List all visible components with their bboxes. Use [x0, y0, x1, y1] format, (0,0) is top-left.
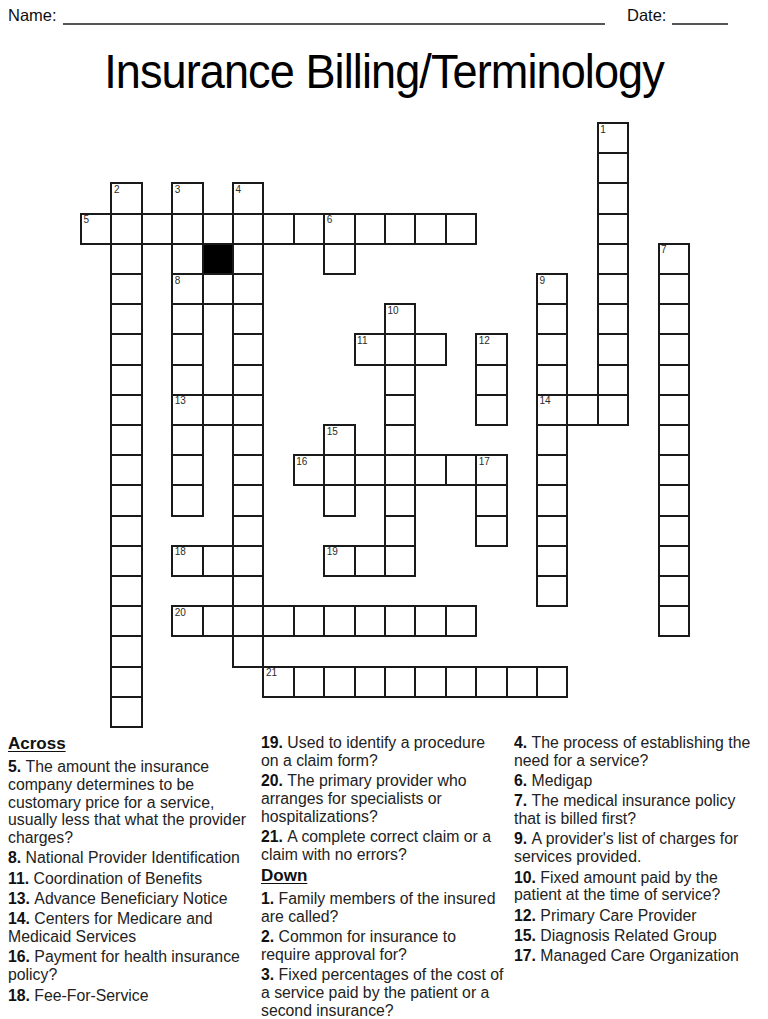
grid-cell[interactable]: [293, 213, 325, 245]
grid-cell[interactable]: [536, 303, 568, 335]
clue-column-1: Across 5. The amount the insurance compa…: [8, 734, 252, 1007]
grid-cell[interactable]: [110, 454, 142, 486]
clue-down-4: 4. The process of establishing the need …: [514, 734, 766, 770]
grid-cell[interactable]: [171, 545, 203, 577]
grid-cell[interactable]: [566, 394, 598, 426]
grid-cell[interactable]: [262, 666, 294, 698]
crossword-grid: 123456789101112131415161718192021: [80, 122, 692, 730]
grid-cell[interactable]: [202, 394, 234, 426]
grid-cell[interactable]: [475, 333, 507, 365]
grid-cell[interactable]: [658, 424, 690, 456]
grid-cell[interactable]: [262, 213, 294, 245]
grid-cell[interactable]: [171, 394, 203, 426]
grid-cell[interactable]: [171, 364, 203, 396]
grid-cell[interactable]: [171, 333, 203, 365]
grid-cell[interactable]: [475, 454, 507, 486]
grid-cell[interactable]: [597, 243, 629, 275]
clue-across-21: 21. A complete correct claim or a claim …: [261, 828, 504, 864]
grid-cell[interactable]: [171, 605, 203, 637]
grid-cell[interactable]: [110, 666, 142, 698]
grid-cell[interactable]: [536, 424, 568, 456]
grid-cell[interactable]: [658, 364, 690, 396]
grid-cell[interactable]: [323, 424, 355, 456]
grid-cell[interactable]: [597, 394, 629, 426]
grid-cell[interactable]: [536, 484, 568, 516]
grid-cell[interactable]: [232, 575, 264, 607]
clue-across-16: 16. Payment for health insurance policy?: [8, 948, 252, 984]
grid-cell[interactable]: [171, 182, 203, 214]
grid-cell[interactable]: [110, 213, 142, 245]
grid-cell[interactable]: [110, 182, 142, 214]
grid-cell[interactable]: [232, 273, 264, 305]
grid-cell[interactable]: [658, 273, 690, 305]
grid-cell[interactable]: [384, 515, 416, 547]
clue-number: 20.: [261, 772, 287, 789]
clue-number: 2.: [261, 928, 279, 945]
grid-cell[interactable]: [536, 575, 568, 607]
clue-across-20: 20. The primary provider who arranges fo…: [261, 772, 504, 825]
grid-cell[interactable]: [536, 454, 568, 486]
grid-cell[interactable]: [171, 303, 203, 335]
grid-cell[interactable]: [658, 545, 690, 577]
grid-cell[interactable]: [171, 484, 203, 516]
grid-cell[interactable]: [232, 605, 264, 637]
clue-number: 14.: [8, 910, 34, 927]
grid-cell[interactable]: [597, 152, 629, 184]
grid-cell[interactable]: [293, 666, 325, 698]
grid-cell[interactable]: [658, 515, 690, 547]
grid-cell[interactable]: [171, 273, 203, 305]
clue-down-12: 12. Primary Care Provider: [514, 907, 766, 925]
grid-cell[interactable]: [110, 364, 142, 396]
down-heading: Down: [261, 866, 504, 886]
grid-cell[interactable]: [597, 122, 629, 154]
grid-cell[interactable]: [597, 333, 629, 365]
clue-column-2: 19. Used to identify a procedure on a cl…: [261, 734, 504, 1019]
grid-cell[interactable]: [232, 515, 264, 547]
clue-number: 11.: [8, 870, 33, 887]
grid-cell[interactable]: [232, 454, 264, 486]
grid-cell[interactable]: [658, 333, 690, 365]
grid-cell[interactable]: [354, 605, 386, 637]
down-clue-list: 1. Family members of the insured are cal…: [261, 890, 504, 1019]
grid-cell[interactable]: [475, 484, 507, 516]
grid-cell[interactable]: [414, 213, 446, 245]
clue-across-18: 18. Fee-For-Service: [8, 987, 252, 1005]
grid-cell[interactable]: [232, 484, 264, 516]
clue-number: 18.: [8, 987, 34, 1004]
clue-down-9: 9. A provider's list of charges for serv…: [514, 830, 766, 866]
grid-cell[interactable]: [475, 394, 507, 426]
clue-number: 1.: [261, 890, 279, 907]
name-input-line[interactable]: [63, 7, 605, 25]
grid-cell[interactable]: [384, 605, 416, 637]
grid-cell[interactable]: [232, 635, 264, 667]
grid-cell[interactable]: [232, 303, 264, 335]
clue-number: 13.: [8, 890, 34, 907]
clue-number: 17.: [514, 947, 540, 964]
grid-cell[interactable]: [597, 273, 629, 305]
clue-column-3: 4. The process of establishing the need …: [514, 734, 766, 968]
date-label: Date:: [627, 6, 666, 25]
clue-down-2: 2. Common for insurance to require appro…: [261, 928, 504, 964]
grid-cell[interactable]: [202, 213, 234, 245]
grid-cell[interactable]: [384, 424, 416, 456]
clue-across-8: 8. National Provider Identification: [8, 849, 252, 867]
grid-cell[interactable]: [384, 666, 416, 698]
black-cell: [202, 243, 234, 275]
down-clue-list-continued: 4. The process of establishing the need …: [514, 734, 766, 965]
clue-number: 8.: [8, 849, 26, 866]
grid-cell[interactable]: [232, 394, 264, 426]
clue-down-10: 10. Fixed amount paid by the patient at …: [514, 869, 766, 905]
grid-cell[interactable]: [658, 303, 690, 335]
grid-cell[interactable]: [658, 394, 690, 426]
page-title: Insurance Billing/Terminology: [31, 44, 738, 99]
grid-cell[interactable]: [323, 605, 355, 637]
grid-cell[interactable]: [80, 213, 112, 245]
grid-cell[interactable]: [262, 605, 294, 637]
grid-cell[interactable]: [110, 273, 142, 305]
grid-cell[interactable]: [110, 333, 142, 365]
grid-cell[interactable]: [597, 303, 629, 335]
grid-cell[interactable]: [658, 484, 690, 516]
grid-cell[interactable]: [232, 333, 264, 365]
clue-across-11: 11. Coordination of Benefits: [8, 870, 252, 888]
grid-cell[interactable]: [323, 454, 355, 486]
clue-down-1: 1. Family members of the insured are cal…: [261, 890, 504, 926]
grid-cell[interactable]: [658, 454, 690, 486]
grid-cell[interactable]: [384, 364, 416, 396]
clue-down-6: 6. Medigap: [514, 772, 766, 790]
clue-number: 3.: [261, 966, 279, 983]
clue-down-15: 15. Diagnosis Related Group: [514, 927, 766, 945]
grid-cell[interactable]: [323, 243, 355, 275]
grid-cell[interactable]: [536, 364, 568, 396]
clue-number: 4.: [514, 734, 532, 751]
date-input-line[interactable]: [672, 7, 728, 25]
clue-number: 19.: [261, 734, 287, 751]
grid-cell[interactable]: [536, 273, 568, 305]
grid-cell[interactable]: [232, 364, 264, 396]
grid-cell[interactable]: [110, 605, 142, 637]
grid-cell[interactable]: [384, 484, 416, 516]
grid-cell[interactable]: [536, 394, 568, 426]
grid-cell[interactable]: [171, 243, 203, 275]
grid-cell[interactable]: [110, 696, 142, 728]
clue-number: 16.: [8, 948, 34, 965]
grid-cell[interactable]: [110, 303, 142, 335]
name-label: Name:: [8, 6, 57, 25]
grid-cell[interactable]: [384, 454, 416, 486]
grid-cell[interactable]: [202, 545, 234, 577]
grid-cell[interactable]: [506, 666, 538, 698]
clue-across-13: 13. Advance Beneficiary Notice: [8, 890, 252, 908]
clue-number: 9.: [514, 830, 532, 847]
grid-cell[interactable]: [384, 545, 416, 577]
grid-cell[interactable]: [384, 213, 416, 245]
grid-cell[interactable]: [536, 515, 568, 547]
grid-cell[interactable]: [171, 213, 203, 245]
grid-cell[interactable]: [232, 213, 264, 245]
grid-cell[interactable]: [110, 545, 142, 577]
grid-cell[interactable]: [475, 364, 507, 396]
grid-cell[interactable]: [110, 515, 142, 547]
grid-cell[interactable]: [414, 333, 446, 365]
grid-cell[interactable]: [536, 545, 568, 577]
clue-down-3: 3. Fixed percentages of the cost of a se…: [261, 966, 504, 1019]
grid-cell[interactable]: [354, 213, 386, 245]
clue-number: 21.: [261, 828, 287, 845]
grid-cell[interactable]: [384, 394, 416, 426]
clue-number: 5.: [8, 758, 26, 775]
grid-cell[interactable]: [384, 303, 416, 335]
grid-cell[interactable]: [202, 605, 234, 637]
grid-cell[interactable]: [658, 605, 690, 637]
grid-cell[interactable]: [293, 454, 325, 486]
grid-cell[interactable]: [232, 424, 264, 456]
grid-cell[interactable]: [323, 666, 355, 698]
clue-across-19: 19. Used to identify a procedure on a cl…: [261, 734, 504, 770]
grid-cell[interactable]: [475, 515, 507, 547]
grid-cell[interactable]: [445, 605, 477, 637]
across-clue-list: 5. The amount the insurance company dete…: [8, 758, 252, 1004]
grid-cell[interactable]: [414, 605, 446, 637]
grid-cell[interactable]: [597, 364, 629, 396]
grid-cell[interactable]: [323, 545, 355, 577]
grid-cell[interactable]: [110, 575, 142, 607]
grid-cell[interactable]: [110, 243, 142, 275]
clue-number: 10.: [514, 869, 540, 886]
grid-cell[interactable]: [445, 454, 477, 486]
across-heading: Across: [8, 734, 252, 754]
grid-cell[interactable]: [445, 666, 477, 698]
grid-cell[interactable]: [110, 635, 142, 667]
clue-number: 12.: [514, 907, 540, 924]
grid-cell[interactable]: [293, 605, 325, 637]
grid-cell[interactable]: [354, 545, 386, 577]
grid-cell[interactable]: [445, 213, 477, 245]
grid-cell[interactable]: [354, 666, 386, 698]
grid-cell[interactable]: [171, 454, 203, 486]
grid-cell[interactable]: [110, 484, 142, 516]
grid-cell[interactable]: [597, 213, 629, 245]
grid-cell[interactable]: [354, 454, 386, 486]
clue-across-5: 5. The amount the insurance company dete…: [8, 758, 252, 847]
grid-cell[interactable]: [232, 545, 264, 577]
across-clue-list-continued: 19. Used to identify a procedure on a cl…: [261, 734, 504, 864]
grid-cell[interactable]: [323, 484, 355, 516]
clue-number: 15.: [514, 927, 540, 944]
grid-cell[interactable]: [202, 273, 234, 305]
grid-cell[interactable]: [475, 666, 507, 698]
grid-cell[interactable]: [323, 213, 355, 245]
clue-down-7: 7. The medical insurance policy that is …: [514, 792, 766, 828]
grid-cell[interactable]: [384, 333, 416, 365]
grid-cell[interactable]: [536, 333, 568, 365]
clue-number: 6.: [514, 772, 532, 789]
grid-cell[interactable]: [536, 666, 568, 698]
clue-down-17: 17. Managed Care Organization: [514, 947, 766, 965]
grid-cell[interactable]: [171, 424, 203, 456]
grid-cell[interactable]: [110, 394, 142, 426]
clue-across-14: 14. Centers for Medicare and Medicaid Se…: [8, 910, 252, 946]
grid-cell[interactable]: [597, 182, 629, 214]
grid-cell[interactable]: [141, 213, 173, 245]
grid-cell[interactable]: [414, 666, 446, 698]
grid-cell[interactable]: [414, 454, 446, 486]
clue-number: 7.: [514, 792, 532, 809]
grid-cell[interactable]: [110, 424, 142, 456]
grid-cell[interactable]: [354, 333, 386, 365]
grid-cell[interactable]: [232, 243, 264, 275]
grid-cell[interactable]: [658, 575, 690, 607]
grid-cell[interactable]: [232, 182, 264, 214]
grid-cell[interactable]: [658, 243, 690, 275]
